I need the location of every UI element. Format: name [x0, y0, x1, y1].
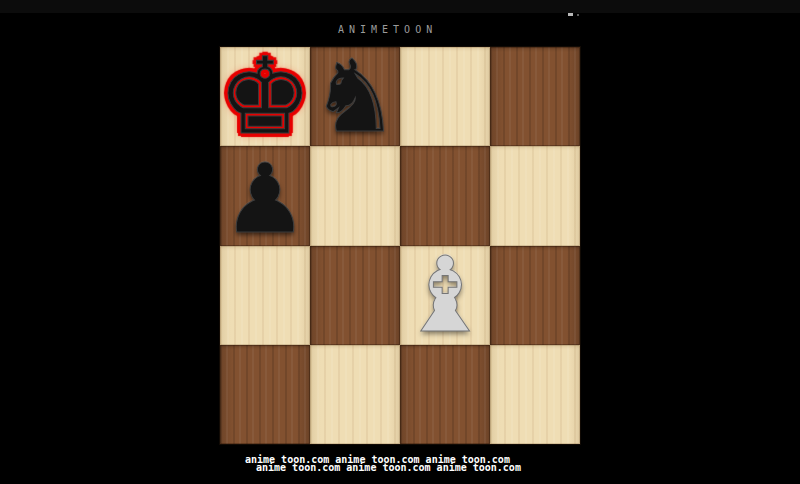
square-b1[interactable]: [310, 345, 400, 444]
square-d4[interactable]: [490, 47, 580, 146]
screen-artifact-dot: [577, 14, 579, 16]
square-c1[interactable]: [400, 345, 490, 444]
page-title: ANIMETOON: [338, 24, 437, 36]
game-stage: ANIMETOON ♚♞♟♝ anime toon.com anime toon…: [0, 0, 800, 484]
square-c3[interactable]: [400, 146, 490, 245]
square-d3[interactable]: [490, 146, 580, 245]
square-a3[interactable]: ♟: [220, 146, 310, 245]
black-knight-piece[interactable]: ♞: [310, 47, 400, 147]
square-a2[interactable]: [220, 246, 310, 345]
square-a1[interactable]: [220, 345, 310, 444]
square-d1[interactable]: [490, 345, 580, 444]
square-d2[interactable]: [490, 246, 580, 345]
watermark-line2: anime toon.com anime toon.com anime toon…: [256, 463, 521, 472]
top-bar: [0, 0, 800, 13]
chess-board: ♚♞♟♝: [220, 47, 580, 444]
square-b3[interactable]: [310, 146, 400, 245]
square-c2[interactable]: ♝: [400, 246, 490, 345]
square-b4[interactable]: ♞: [310, 47, 400, 146]
black-king-piece[interactable]: ♚: [217, 44, 312, 150]
square-a4[interactable]: ♚: [220, 47, 310, 146]
screen-artifact: [568, 13, 573, 16]
square-b2[interactable]: [310, 246, 400, 345]
square-c4[interactable]: [400, 47, 490, 146]
black-pawn-piece[interactable]: ♟: [222, 151, 308, 247]
white-bishop-piece[interactable]: ♝: [398, 243, 491, 347]
